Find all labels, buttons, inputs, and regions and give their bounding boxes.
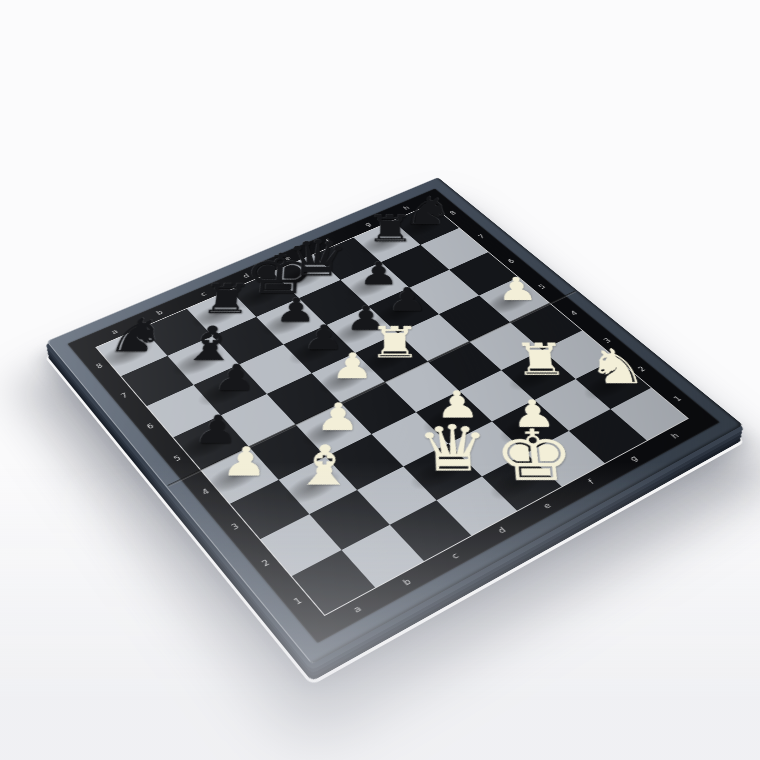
board-frame: aabbccddeeffgghh8877665544332211 <box>46 177 743 664</box>
black-rook-g8[interactable]: ♜ <box>365 214 416 244</box>
black-pawn-b6[interactable]: ♟ <box>205 363 264 393</box>
white-pawn-h5[interactable]: ♟ <box>489 276 544 302</box>
product-photo-scene: aabbccddeeffgghh8877665544332211 ♞♜♚♛♜♞♝… <box>0 0 760 760</box>
black-knight-a8[interactable]: ♞ <box>107 317 168 355</box>
chess-board: aabbccddeeffgghh8877665544332211 ♞♜♚♛♜♞♝… <box>46 177 743 664</box>
white-knight-h2[interactable]: ♞ <box>584 347 645 387</box>
white-pawn-d5[interactable]: ♟ <box>324 352 380 381</box>
black-rook-c8[interactable]: ♜ <box>198 283 254 316</box>
white-rook-g3[interactable]: ♜ <box>511 342 570 378</box>
